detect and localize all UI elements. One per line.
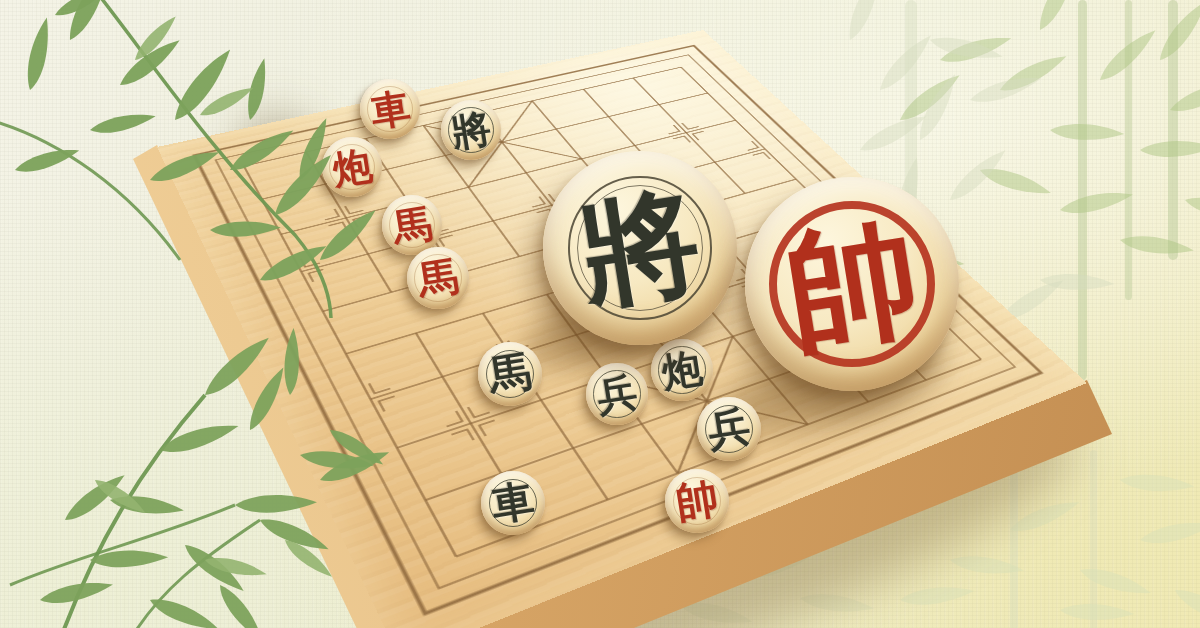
piece-glyph: 馬 [486, 350, 534, 398]
piece-glyph: 車 [489, 479, 537, 527]
piece-glyph: 炮 [330, 145, 375, 190]
piece-glyph: 帥 [777, 209, 927, 359]
piece-glyph: 車 [368, 87, 413, 132]
piece-glyph: 馬 [390, 203, 435, 248]
piece-炮-red[interactable]: 炮 [322, 137, 382, 197]
piece-glyph: 兵 [594, 371, 640, 417]
piece-將-black[interactable]: 將 [441, 100, 501, 160]
piece-車-black[interactable]: 車 [481, 471, 545, 535]
piece-glyph: 帥 [673, 477, 721, 525]
scene: 車將炮馬馬馬炮兵兵帥車將帥 [0, 0, 1200, 628]
piece-帥-red[interactable]: 帥 [665, 469, 729, 533]
piece-炮-black[interactable]: 炮 [651, 339, 713, 401]
piece-馬-red[interactable]: 馬 [407, 247, 469, 309]
piece-兵-black[interactable]: 兵 [586, 363, 648, 425]
piece-glyph: 兵 [705, 405, 753, 453]
piece-glyph: 炮 [659, 347, 705, 393]
piece-兵-black[interactable]: 兵 [697, 397, 761, 461]
piece-glyph: 馬 [415, 255, 461, 301]
featured-piece-帥-red[interactable]: 帥 [745, 177, 959, 391]
piece-glyph: 將 [572, 180, 707, 315]
piece-glyph: 將 [449, 108, 494, 153]
piece-馬-red[interactable]: 馬 [382, 195, 442, 255]
featured-piece-將-black[interactable]: 將 [543, 151, 737, 345]
piece-車-red[interactable]: 車 [360, 79, 420, 139]
piece-馬-black[interactable]: 馬 [478, 342, 542, 406]
